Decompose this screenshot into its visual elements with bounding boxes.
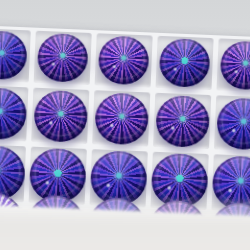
tray-cell (0, 144, 26, 202)
crystal-deepBlue (0, 30, 28, 80)
crystal-violetPink (33, 89, 88, 142)
crystal-deepBlue (0, 145, 26, 201)
tray-cell (95, 33, 153, 87)
crystal-violetPink (220, 40, 250, 90)
tray-cell (0, 85, 28, 141)
tray-cell (156, 36, 214, 90)
crystal-deepBlue (216, 97, 250, 150)
crystal-violetPink (155, 94, 210, 147)
tray-cell (34, 31, 92, 85)
tray-cell (92, 90, 150, 146)
tray-cell (0, 28, 31, 82)
photo-scene (0, 0, 250, 250)
tray-cell (216, 38, 250, 92)
table-surface (0, 196, 250, 250)
crystal-tealFlare (159, 38, 211, 88)
crystal-deepBlue (0, 87, 27, 140)
tray-cell (153, 93, 211, 149)
crystal-magentaTop (94, 92, 149, 145)
crystal-violetPink (37, 33, 89, 83)
tray-cell (214, 95, 250, 151)
crystal-magentaTop (98, 35, 150, 85)
tray-cell (31, 88, 89, 144)
